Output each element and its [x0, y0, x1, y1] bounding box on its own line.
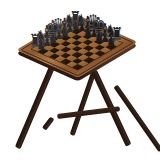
leg-fold-latch: [42, 116, 55, 130]
chess-table-photo: ♜♞♝♛♚♝♞♜♟♟♟♟♟♟♟♟♜♞♝♛♚♝♞♜♟♟♟♟♟♟♟♟: [0, 0, 160, 160]
tabletop: [16, 14, 138, 78]
table-leg-rear-left-slant: [113, 85, 160, 153]
table-leg-front-right-slant: [15, 66, 55, 149]
chess-board: [31, 22, 124, 71]
